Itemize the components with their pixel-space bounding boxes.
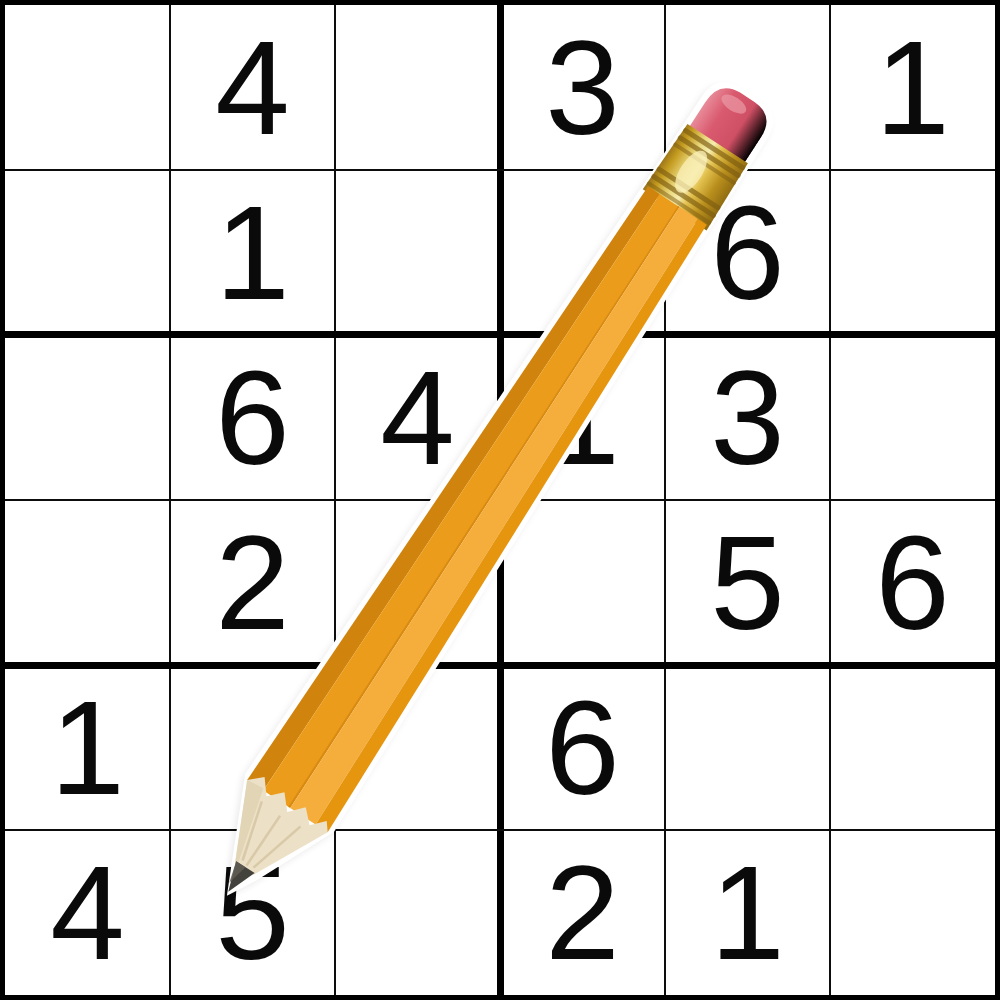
cell-r5c5[interactable]: [665, 665, 830, 830]
cell-r1c3[interactable]: [335, 5, 500, 170]
cell-r6c2: 5: [170, 830, 335, 995]
cell-r4c4[interactable]: [500, 500, 665, 665]
cell-r5c1: 1: [5, 665, 170, 830]
cell-r1c5[interactable]: [665, 5, 830, 170]
cell-r2c6[interactable]: [830, 170, 995, 335]
cell-r5c4: 6: [500, 665, 665, 830]
cell-r6c4: 2: [500, 830, 665, 995]
cell-r4c1[interactable]: [5, 500, 170, 665]
cell-r3c6[interactable]: [830, 335, 995, 500]
cell-r6c6[interactable]: [830, 830, 995, 995]
grid-line-h1: [5, 169, 995, 171]
cell-r4c3[interactable]: [335, 500, 500, 665]
cell-r4c2: 2: [170, 500, 335, 665]
sudoku-board: 4 3 1 1 6 6 4 1 3 2 5 6 1 6 4 5 2 1: [0, 0, 1000, 1000]
cell-r6c5: 1: [665, 830, 830, 995]
cell-r5c6[interactable]: [830, 665, 995, 830]
cell-r6c3[interactable]: [335, 830, 500, 995]
cell-r3c1[interactable]: [5, 335, 170, 500]
cell-r4c5: 5: [665, 500, 830, 665]
cell-r1c2: 4: [170, 5, 335, 170]
grid-line-h3: [5, 499, 995, 501]
cell-r2c1[interactable]: [5, 170, 170, 335]
cell-r2c5: 6: [665, 170, 830, 335]
cell-r3c5: 3: [665, 335, 830, 500]
cell-r1c6: 1: [830, 5, 995, 170]
grid-line-h4-box: [5, 662, 995, 669]
grid-line-h2-box: [5, 331, 995, 338]
cell-r1c1[interactable]: [5, 5, 170, 170]
cell-r6c1: 4: [5, 830, 170, 995]
cell-r2c3[interactable]: [335, 170, 500, 335]
grid-line-h5: [5, 829, 995, 831]
cell-r5c3[interactable]: [335, 665, 500, 830]
cell-r3c2: 6: [170, 335, 335, 500]
cell-r4c6: 6: [830, 500, 995, 665]
cell-r3c3: 4: [335, 335, 500, 500]
cell-r5c2[interactable]: [170, 665, 335, 830]
cell-r2c4[interactable]: [500, 170, 665, 335]
cell-r1c4: 3: [500, 5, 665, 170]
cell-r2c2: 1: [170, 170, 335, 335]
cell-r3c4: 1: [500, 335, 665, 500]
